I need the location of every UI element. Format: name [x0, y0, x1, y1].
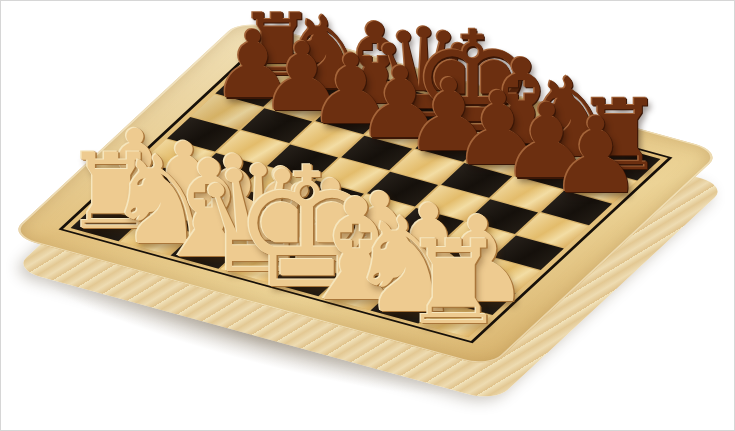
- black-pawn: ♟: [549, 102, 643, 207]
- chess-set-photo: ♜♞♝♛♚♝♞♜♟♟♟♟♟♟♟♟♟♟♟♟♟♟♟♟♜♞♝♛♚♝♞♜: [0, 0, 735, 431]
- pieces-layer: ♜♞♝♛♚♝♞♜♟♟♟♟♟♟♟♟♟♟♟♟♟♟♟♟♜♞♝♛♚♝♞♜: [1, 1, 734, 430]
- white-rook: ♜: [402, 226, 506, 342]
